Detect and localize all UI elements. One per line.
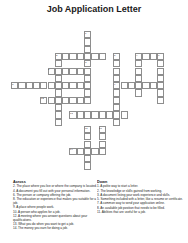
down-clue-7: 7. A common way to send your application… xyxy=(97,201,186,205)
grid-cell-r7c19[interactable] xyxy=(150,82,157,89)
down-clue-1: 1. A polite way to start a letter. xyxy=(97,184,186,188)
grid-cell-r12c6[interactable] xyxy=(55,119,62,126)
grid-cell-r5c8[interactable] xyxy=(69,68,76,75)
cell-number-11: 11 xyxy=(85,127,88,130)
cell-number-7: 7 xyxy=(158,54,159,57)
grid-cell-r8c14[interactable] xyxy=(113,89,120,96)
grid-cell-r16c11[interactable] xyxy=(91,148,98,155)
grid-cell-r11c12[interactable] xyxy=(99,111,106,118)
grid-cell-r16c12[interactable] xyxy=(99,148,106,155)
cell-number-12: 12 xyxy=(41,97,44,100)
across-clue-2: 2. The place where you live or where the… xyxy=(13,184,97,188)
grid-cell-r14c10[interactable] xyxy=(84,133,91,140)
grid-cell-r3c10[interactable] xyxy=(84,53,91,60)
grid-cell-r8c10[interactable] xyxy=(84,89,91,96)
grid-cell-r3c12[interactable] xyxy=(99,53,106,60)
grid-cell-r7c7[interactable] xyxy=(62,82,69,89)
grid-cell-r9c14[interactable] xyxy=(113,97,120,104)
grid-cell-r7c6[interactable] xyxy=(55,82,62,89)
down-clue-3: 3. A document listing your work experien… xyxy=(97,193,186,197)
grid-cell-r5c10[interactable] xyxy=(84,68,91,75)
down-clue-11: 11. Abilities that are useful for a job. xyxy=(97,210,186,214)
grid-cell-r5c6[interactable] xyxy=(55,68,62,75)
grid-cell-r7c4[interactable] xyxy=(40,82,47,89)
grid-cell-r9c9[interactable] xyxy=(77,97,84,104)
grid-cell-r7c1[interactable] xyxy=(18,82,25,89)
across-clue-9: 9. A place where people work. xyxy=(13,205,97,209)
down-clue-list: 1. A polite way to start a letter.2. The… xyxy=(97,184,186,213)
grid-cell-r7c10[interactable] xyxy=(84,82,91,89)
grid-cell-r7c8[interactable] xyxy=(69,82,76,89)
cell-number-5: 5 xyxy=(114,54,115,57)
grid-cell-r9c7[interactable] xyxy=(62,97,69,104)
across-header: Across xyxy=(13,179,97,184)
across-clue-list: 2. The place where you live or where the… xyxy=(13,184,97,230)
down-clues-section: Down 1. A polite way to start a letter.2… xyxy=(97,179,186,243)
grid-cell-r9c6[interactable] xyxy=(55,97,62,104)
grid-cell-r16c10[interactable] xyxy=(84,148,91,155)
grid-cell-r7c2[interactable] xyxy=(26,82,33,89)
grid-cell-r2c10[interactable] xyxy=(84,46,91,53)
grid-cell-r3c8[interactable] xyxy=(69,53,76,60)
grid-cell-r6c10[interactable] xyxy=(84,75,91,82)
cell-number-3: 3 xyxy=(85,61,86,64)
grid-cell-r18c10[interactable] xyxy=(84,162,91,169)
grid-cell-r7c9[interactable] xyxy=(77,82,84,89)
grid-cell-r11c6[interactable] xyxy=(55,111,62,118)
grid-cell-r10c6[interactable] xyxy=(55,104,62,111)
grid-cell-r5c20[interactable] xyxy=(157,68,164,75)
down-clue-8: 8. An available job position that needs … xyxy=(97,205,186,209)
grid-cell-r4c17[interactable] xyxy=(135,60,142,67)
grid-cell-r6c20[interactable] xyxy=(157,75,164,82)
grid-cell-r9c10[interactable] xyxy=(84,97,91,104)
grid-cell-r9c5[interactable] xyxy=(48,97,55,104)
grid-cell-r6c17[interactable] xyxy=(135,75,142,82)
across-clues-section: Across 2. The place where you live or wh… xyxy=(13,179,97,243)
grid-cell-r1c10[interactable] xyxy=(84,38,91,45)
crossword-grid: 1254736891213111014 xyxy=(0,0,188,178)
cell-number-9: 9 xyxy=(114,83,115,86)
grid-cell-r15c10[interactable] xyxy=(84,141,91,148)
across-clue-13: 13. What you do when you want to get a j… xyxy=(13,222,97,226)
grid-cell-r7c20[interactable] xyxy=(157,82,164,89)
grid-cell-r4c20[interactable] xyxy=(157,60,164,67)
grid-cell-r16c9[interactable] xyxy=(77,148,84,155)
grid-cell-r5c17[interactable] xyxy=(135,68,142,75)
grid-cell-r5c9[interactable] xyxy=(77,68,84,75)
grid-cell-r6c6[interactable] xyxy=(55,75,62,82)
grid-cell-r11c14[interactable] xyxy=(113,111,120,118)
grid-cell-r6c14[interactable] xyxy=(113,75,120,82)
grid-cell-r15c12[interactable] xyxy=(99,141,106,148)
across-clue-8: 8. The education or experience that make… xyxy=(13,197,97,205)
grid-cell-r7c16[interactable] xyxy=(128,82,135,89)
crossword-worksheet: { "game": "crossword", "title": "Job App… xyxy=(0,0,188,243)
grid-cell-r7c18[interactable] xyxy=(142,82,149,89)
cell-number-2: 2 xyxy=(56,54,57,57)
cell-number-10: 10 xyxy=(99,127,102,130)
grid-cell-r8c17[interactable] xyxy=(135,89,142,96)
grid-cell-r12c14[interactable] xyxy=(113,119,120,126)
across-clue-14: 14. The money you earn for doing a job. xyxy=(13,226,97,230)
grid-cell-r4c14[interactable] xyxy=(113,60,120,67)
cell-number-1: 1 xyxy=(85,32,86,35)
cell-number-4: 4 xyxy=(136,54,137,57)
grid-cell-r11c11[interactable] xyxy=(91,111,98,118)
grid-cell-r7c17[interactable] xyxy=(135,82,142,89)
across-clue-6: 6. The person or company offering the jo… xyxy=(13,193,97,197)
grid-cell-r14c12[interactable] xyxy=(99,133,106,140)
grid-cell-r7c5[interactable] xyxy=(48,82,55,89)
grid-cell-r3c11[interactable] xyxy=(91,53,98,60)
grid-cell-r8c20[interactable] xyxy=(157,89,164,96)
grid-cell-r8c6[interactable] xyxy=(55,89,62,96)
down-header: Down xyxy=(97,179,186,184)
grid-cell-r11c10[interactable] xyxy=(84,111,91,118)
across-clue-10: 10. A person who applies for a job. xyxy=(13,209,97,213)
cell-number-13: 13 xyxy=(70,112,73,115)
cell-number-8: 8 xyxy=(12,83,13,86)
cell-number-6: 6 xyxy=(48,68,49,71)
across-clue-4: 4. A document you fill out with your per… xyxy=(13,188,97,192)
grid-cell-r5c7[interactable] xyxy=(62,68,69,75)
down-clue-5: 5. Something included with a letter, lik… xyxy=(97,197,186,201)
grid-cell-r11c13[interactable] xyxy=(106,111,113,118)
grid-cell-r3c19[interactable] xyxy=(150,53,157,60)
grid-cell-r3c7[interactable] xyxy=(62,53,69,60)
grid-cell-r11c9[interactable] xyxy=(77,111,84,118)
across-clue-12: 12. A meeting where you answer questions… xyxy=(13,214,97,222)
grid-cell-r9c20[interactable] xyxy=(157,97,164,104)
grid-cell-r5c14[interactable] xyxy=(113,68,120,75)
down-clue-2: 2. The knowledge or skills gained from w… xyxy=(97,188,186,192)
grid-cell-r3c9[interactable] xyxy=(77,53,84,60)
grid-cell-r9c8[interactable] xyxy=(69,97,76,104)
grid-cell-r17c10[interactable] xyxy=(84,155,91,162)
grid-cell-r11c15[interactable] xyxy=(121,111,128,118)
grid-cell-r3c18[interactable] xyxy=(142,53,149,60)
grid-cell-r10c14[interactable] xyxy=(113,104,120,111)
grid-cell-r7c15[interactable] xyxy=(121,82,128,89)
grid-cell-r7c3[interactable] xyxy=(33,82,40,89)
grid-cell-r4c6[interactable] xyxy=(55,60,62,67)
